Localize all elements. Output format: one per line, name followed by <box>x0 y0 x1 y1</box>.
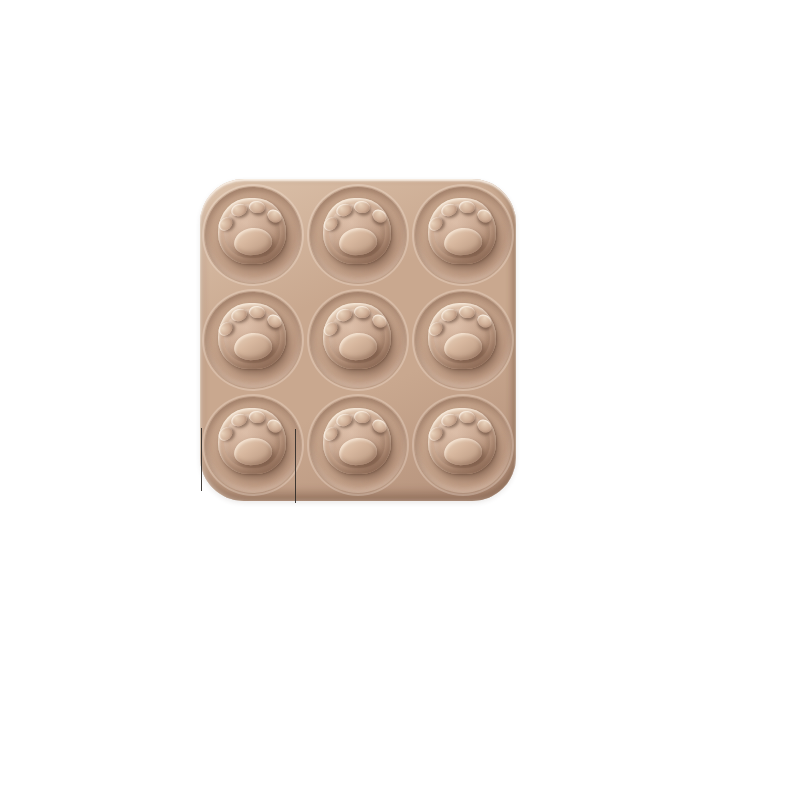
paw-mold <box>218 198 286 264</box>
paw-cavity <box>310 397 406 493</box>
paw-mold <box>428 198 496 264</box>
paw-mold <box>428 303 496 369</box>
product-photo-stage <box>0 0 800 800</box>
paw-cavity <box>415 292 511 388</box>
crop-mark-line <box>201 428 202 491</box>
paw-cavity <box>205 397 301 493</box>
paw-cavity <box>310 292 406 388</box>
baking-pan <box>200 179 516 501</box>
paw-cavity <box>205 292 301 388</box>
cavity-grid <box>200 179 516 501</box>
paw-mold <box>323 408 391 474</box>
paw-cavity <box>415 187 511 283</box>
paw-cavity <box>415 397 511 493</box>
paw-cavity <box>205 187 301 283</box>
paw-cavity <box>310 187 406 283</box>
paw-mold <box>428 408 496 474</box>
paw-mold <box>323 198 391 264</box>
paw-mold <box>323 303 391 369</box>
paw-mold <box>218 408 286 474</box>
crop-mark-line <box>295 429 296 503</box>
paw-mold <box>218 303 286 369</box>
